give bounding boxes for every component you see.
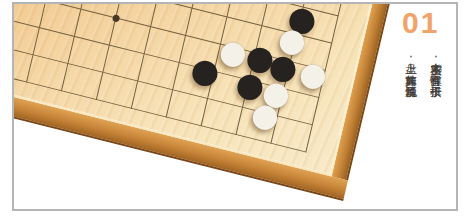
product-photo: ●●●●●●●●●● 01 木质密实，富有弹性，棋子投于 盘上，其声如珠，清脆悦…: [12, 2, 458, 211]
caption-panel: 01 木质密实，富有弹性，棋子投于 盘上，其声如珠，清脆悦耳。: [12, 2, 458, 211]
caption-line-2: 盘上，其声如珠，清脆悦耳。: [398, 54, 423, 211]
section-number: 01: [402, 6, 439, 40]
caption-vertical-text: 木质密实，富有弹性，棋子投于 盘上，其声如珠，清脆悦耳。: [396, 54, 448, 211]
product-banner: ●●●●●●●●●● 01 木质密实，富有弹性，棋子投于 盘上，其声如珠，清脆悦…: [0, 0, 474, 223]
caption-line-1: 木质密实，富有弹性，棋子投于: [423, 54, 448, 211]
